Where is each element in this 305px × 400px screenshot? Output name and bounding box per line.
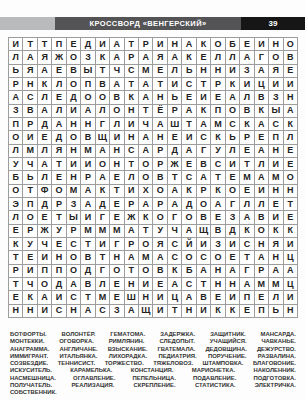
grid-cell-r16c15[interactable]: З bbox=[211, 238, 224, 250]
grid-cell-r13c2[interactable]: П bbox=[23, 198, 36, 210]
grid-cell-r13c8[interactable]: Е bbox=[110, 198, 123, 210]
grid-cell-r17c5[interactable]: О bbox=[67, 251, 80, 263]
grid-cell-r20c2[interactable]: К bbox=[23, 291, 36, 303]
grid-cell-r10c19[interactable]: И bbox=[269, 158, 282, 170]
grid-cell-r18c16[interactable]: А bbox=[226, 265, 239, 277]
grid-cell-r11c1[interactable]: Б bbox=[9, 171, 22, 183]
grid-cell-r1c2[interactable]: Т bbox=[23, 38, 36, 50]
grid-cell-r5c12[interactable]: Ь bbox=[168, 91, 181, 103]
grid-cell-r4c7[interactable]: В bbox=[96, 78, 109, 90]
grid-cell-r10c5[interactable]: И bbox=[67, 158, 80, 170]
grid-cell-r1c8[interactable]: А bbox=[110, 38, 123, 50]
grid-cell-r11c15[interactable]: Т bbox=[211, 171, 224, 183]
grid-cell-r16c1[interactable]: К bbox=[9, 238, 22, 250]
grid-cell-r1c12[interactable]: Н bbox=[168, 38, 181, 50]
grid-cell-r3c14[interactable]: Н bbox=[197, 65, 210, 77]
grid-cell-r7c10[interactable]: Ч bbox=[139, 118, 152, 130]
grid-cell-r15c16[interactable]: Д bbox=[226, 225, 239, 237]
grid-cell-r7c1[interactable]: П bbox=[9, 118, 22, 130]
grid-cell-r7c15[interactable]: М bbox=[211, 118, 224, 130]
grid-cell-r20c3[interactable]: А bbox=[38, 291, 51, 303]
grid-cell-r17c8[interactable]: Н bbox=[110, 251, 123, 263]
grid-cell-r20c12[interactable]: Ц bbox=[168, 291, 181, 303]
grid-cell-r16c18[interactable]: Н bbox=[255, 238, 268, 250]
grid-cell-r3c10[interactable]: М bbox=[139, 65, 152, 77]
grid-cell-r21c4[interactable]: С bbox=[52, 305, 65, 317]
grid-cell-r10c3[interactable]: А bbox=[38, 158, 51, 170]
grid-cell-r8c9[interactable]: Н bbox=[125, 131, 138, 143]
grid-cell-r2c6[interactable]: З bbox=[81, 51, 94, 63]
grid-cell-r6c17[interactable]: В bbox=[240, 105, 253, 117]
grid-cell-r16c9[interactable]: Р bbox=[125, 238, 138, 250]
grid-cell-r9c8[interactable]: Н bbox=[110, 145, 123, 157]
grid-cell-r8c20[interactable]: Л bbox=[284, 131, 297, 143]
grid-cell-r9c6[interactable]: М bbox=[81, 145, 94, 157]
grid-cell-r13c12[interactable]: А bbox=[168, 198, 181, 210]
grid-cell-r13c9[interactable]: Р bbox=[125, 198, 138, 210]
grid-cell-r4c6[interactable]: П bbox=[81, 78, 94, 90]
grid-cell-r4c9[interactable]: Т bbox=[125, 78, 138, 90]
grid-cell-r18c7[interactable]: Г bbox=[96, 265, 109, 277]
grid-cell-r8c16[interactable]: Ь bbox=[226, 131, 239, 143]
grid-cell-r9c19[interactable]: Н bbox=[269, 145, 282, 157]
grid-cell-r10c16[interactable]: И bbox=[226, 158, 239, 170]
grid-cell-r8c7[interactable]: Щ bbox=[96, 131, 109, 143]
grid-cell-r14c3[interactable]: Е bbox=[38, 211, 51, 223]
grid-cell-r18c3[interactable]: П bbox=[38, 265, 51, 277]
grid-cell-r11c17[interactable]: М bbox=[240, 171, 253, 183]
grid-cell-r9c3[interactable]: Л bbox=[38, 145, 51, 157]
grid-cell-r17c14[interactable]: С bbox=[197, 251, 210, 263]
grid-cell-r10c13[interactable]: Е bbox=[182, 158, 195, 170]
grid-cell-r21c9[interactable]: А bbox=[125, 305, 138, 317]
grid-cell-r3c13[interactable]: Ь bbox=[182, 65, 195, 77]
grid-cell-r15c7[interactable]: М bbox=[96, 225, 109, 237]
grid-cell-r18c19[interactable]: А bbox=[269, 265, 282, 277]
grid-cell-r3c12[interactable]: Л bbox=[168, 65, 181, 77]
grid-cell-r9c12[interactable]: Д bbox=[168, 145, 181, 157]
grid-cell-r3c5[interactable]: В bbox=[67, 65, 80, 77]
grid-cell-r7c20[interactable]: К bbox=[284, 118, 297, 130]
grid-cell-r5c7[interactable]: О bbox=[96, 91, 109, 103]
grid-cell-r14c6[interactable]: И bbox=[81, 211, 94, 223]
grid-cell-r6c4[interactable]: Л bbox=[52, 105, 65, 117]
grid-cell-r1c17[interactable]: Е bbox=[240, 38, 253, 50]
grid-cell-r19c3[interactable]: О bbox=[38, 278, 51, 290]
grid-cell-r18c14[interactable]: А bbox=[197, 265, 210, 277]
grid-cell-r5c6[interactable]: О bbox=[81, 91, 94, 103]
grid-cell-r13c3[interactable]: Д bbox=[38, 198, 51, 210]
grid-cell-r4c14[interactable]: Т bbox=[197, 78, 210, 90]
grid-cell-r18c13[interactable]: Б bbox=[182, 265, 195, 277]
grid-cell-r12c13[interactable]: К bbox=[182, 185, 195, 197]
grid-cell-r21c7[interactable]: С bbox=[96, 305, 109, 317]
grid-cell-r19c13[interactable]: С bbox=[182, 278, 195, 290]
grid-cell-r9c13[interactable]: А bbox=[182, 145, 195, 157]
grid-cell-r6c18[interactable]: К bbox=[255, 105, 268, 117]
grid-cell-r11c14[interactable]: А bbox=[197, 171, 210, 183]
grid-cell-r10c1[interactable]: У bbox=[9, 158, 22, 170]
grid-cell-r6c16[interactable]: О bbox=[226, 105, 239, 117]
grid-cell-r11c4[interactable]: Е bbox=[52, 171, 65, 183]
grid-cell-r16c5[interactable]: С bbox=[67, 238, 80, 250]
grid-cell-r3c17[interactable]: З bbox=[240, 65, 253, 77]
grid-cell-r15c20[interactable]: К bbox=[284, 225, 297, 237]
grid-cell-r18c12[interactable]: К bbox=[168, 265, 181, 277]
grid-cell-r13c15[interactable]: А bbox=[211, 198, 224, 210]
grid-cell-r19c18[interactable]: М bbox=[255, 278, 268, 290]
grid-cell-r4c19[interactable]: И bbox=[269, 78, 282, 90]
grid-cell-r17c4[interactable]: Н bbox=[52, 251, 65, 263]
grid-cell-r12c18[interactable]: И bbox=[255, 185, 268, 197]
grid-cell-r9c16[interactable]: Л bbox=[226, 145, 239, 157]
grid-cell-r8c14[interactable]: С bbox=[197, 131, 210, 143]
grid-cell-r19c9[interactable]: Н bbox=[125, 278, 138, 290]
grid-cell-r7c11[interactable]: А bbox=[153, 118, 166, 130]
grid-cell-r16c17[interactable]: С bbox=[240, 238, 253, 250]
grid-cell-r9c1[interactable]: Л bbox=[9, 145, 22, 157]
grid-cell-r11c20[interactable]: О bbox=[284, 171, 297, 183]
grid-cell-r7c3[interactable]: Д bbox=[38, 118, 51, 130]
grid-cell-r3c3[interactable]: А bbox=[38, 65, 51, 77]
grid-cell-r9c18[interactable]: А bbox=[255, 145, 268, 157]
grid-cell-r18c4[interactable]: П bbox=[52, 265, 65, 277]
grid-cell-r21c12[interactable]: Т bbox=[168, 305, 181, 317]
grid-cell-r15c17[interactable]: К bbox=[240, 225, 253, 237]
grid-cell-r19c14[interactable]: Т bbox=[197, 278, 210, 290]
grid-cell-r19c20[interactable]: Ц bbox=[284, 278, 297, 290]
grid-cell-r4c1[interactable]: Р bbox=[9, 78, 22, 90]
grid-cell-r19c8[interactable]: Е bbox=[110, 278, 123, 290]
grid-cell-r8c17[interactable]: Р bbox=[240, 131, 253, 143]
grid-cell-r3c11[interactable]: Е bbox=[153, 65, 166, 77]
grid-cell-r20c19[interactable]: Л bbox=[269, 291, 282, 303]
grid-cell-r12c7[interactable]: К bbox=[96, 185, 109, 197]
grid-cell-r12c4[interactable]: О bbox=[52, 185, 65, 197]
grid-cell-r2c17[interactable]: А bbox=[240, 51, 253, 63]
grid-cell-r8c19[interactable]: П bbox=[269, 131, 282, 143]
grid-cell-r8c2[interactable]: И bbox=[23, 131, 36, 143]
grid-cell-r18c8[interactable]: О bbox=[110, 265, 123, 277]
grid-cell-r17c16[interactable]: Е bbox=[226, 251, 239, 263]
grid-cell-r18c9[interactable]: Т bbox=[125, 265, 138, 277]
grid-cell-r2c14[interactable]: Е bbox=[197, 51, 210, 63]
grid-cell-r21c1[interactable]: Н bbox=[9, 305, 22, 317]
grid-cell-r1c7[interactable]: И bbox=[96, 38, 109, 50]
grid-cell-r17c20[interactable]: Ц bbox=[284, 251, 297, 263]
grid-cell-r2c12[interactable]: А bbox=[168, 51, 181, 63]
grid-cell-r8c11[interactable]: Н bbox=[153, 131, 166, 143]
grid-cell-r16c6[interactable]: Т bbox=[81, 238, 94, 250]
grid-cell-r20c4[interactable]: И bbox=[52, 291, 65, 303]
grid-cell-r10c17[interactable]: Т bbox=[240, 158, 253, 170]
grid-cell-r2c11[interactable]: Я bbox=[153, 51, 166, 63]
grid-cell-r11c6[interactable]: Р bbox=[81, 171, 94, 183]
grid-cell-r14c4[interactable]: Т bbox=[52, 211, 65, 223]
grid-cell-r20c17[interactable]: П bbox=[240, 291, 253, 303]
grid-cell-r11c7[interactable]: А bbox=[96, 171, 109, 183]
grid-cell-r21c5[interactable]: Н bbox=[67, 305, 80, 317]
grid-cell-r1c15[interactable]: О bbox=[211, 38, 224, 50]
grid-cell-r18c15[interactable]: Н bbox=[211, 265, 224, 277]
grid-cell-r6c14[interactable]: К bbox=[197, 105, 210, 117]
grid-cell-r12c20[interactable]: Н bbox=[284, 185, 297, 197]
grid-cell-r21c2[interactable]: Н bbox=[23, 305, 36, 317]
grid-cell-r3c7[interactable]: Т bbox=[96, 65, 109, 77]
grid-cell-r10c12[interactable]: Ж bbox=[168, 158, 181, 170]
grid-cell-r3c19[interactable]: Я bbox=[269, 65, 282, 77]
grid-cell-r2c3[interactable]: Я bbox=[38, 51, 51, 63]
grid-cell-r17c17[interactable]: Т bbox=[240, 251, 253, 263]
grid-cell-r1c13[interactable]: А bbox=[182, 38, 195, 50]
grid-cell-r5c5[interactable]: Д bbox=[67, 91, 80, 103]
grid-cell-r8c6[interactable]: В bbox=[81, 131, 94, 143]
grid-cell-r14c7[interactable]: Г bbox=[96, 211, 109, 223]
grid-cell-r19c6[interactable]: В bbox=[81, 278, 94, 290]
grid-cell-r6c11[interactable]: Ё bbox=[153, 105, 166, 117]
grid-cell-r18c6[interactable]: Д bbox=[81, 265, 94, 277]
grid-cell-r17c15[interactable]: О bbox=[211, 251, 224, 263]
grid-cell-r7c18[interactable]: А bbox=[255, 118, 268, 130]
grid-cell-r3c9[interactable]: С bbox=[125, 65, 138, 77]
grid-cell-r13c5[interactable]: З bbox=[67, 198, 80, 210]
grid-cell-r12c9[interactable]: И bbox=[125, 185, 138, 197]
grid-cell-r5c18[interactable]: В bbox=[255, 91, 268, 103]
grid-cell-r14c19[interactable]: И bbox=[269, 211, 282, 223]
grid-cell-r11c11[interactable]: В bbox=[153, 171, 166, 183]
grid-cell-r1c20[interactable]: О bbox=[284, 38, 297, 50]
grid-cell-r19c19[interactable]: М bbox=[269, 278, 282, 290]
grid-cell-r2c5[interactable]: О bbox=[67, 51, 80, 63]
grid-cell-r2c1[interactable]: Л bbox=[9, 51, 22, 63]
grid-cell-r15c15[interactable]: В bbox=[211, 225, 224, 237]
grid-cell-r6c3[interactable]: А bbox=[38, 105, 51, 117]
grid-cell-r4c5[interactable]: О bbox=[67, 78, 80, 90]
grid-cell-r12c11[interactable]: О bbox=[153, 185, 166, 197]
grid-cell-r21c10[interactable]: Щ bbox=[139, 305, 152, 317]
grid-cell-r16c8[interactable]: Г bbox=[110, 238, 123, 250]
grid-cell-r14c13[interactable]: О bbox=[182, 211, 195, 223]
grid-cell-r1c18[interactable]: И bbox=[255, 38, 268, 50]
grid-cell-r5c14[interactable]: И bbox=[197, 91, 210, 103]
grid-cell-r21c20[interactable]: Н bbox=[284, 305, 297, 317]
grid-cell-r18c20[interactable]: А bbox=[284, 265, 297, 277]
grid-cell-r17c19[interactable]: Н bbox=[269, 251, 282, 263]
grid-cell-r8c5[interactable]: О bbox=[67, 131, 80, 143]
grid-cell-r8c12[interactable]: Е bbox=[168, 131, 181, 143]
grid-cell-r20c10[interactable]: Н bbox=[139, 291, 152, 303]
grid-cell-r4c20[interactable]: И bbox=[284, 78, 297, 90]
grid-cell-r7c17[interactable]: К bbox=[240, 118, 253, 130]
grid-cell-r11c10[interactable]: О bbox=[139, 171, 152, 183]
grid-cell-r4c13[interactable]: С bbox=[182, 78, 195, 90]
grid-cell-r9c5[interactable]: Н bbox=[67, 145, 80, 157]
grid-cell-r17c9[interactable]: А bbox=[125, 251, 138, 263]
grid-cell-r1c10[interactable]: Р bbox=[139, 38, 152, 50]
grid-cell-r16c11[interactable]: Я bbox=[153, 238, 166, 250]
grid-cell-r19c17[interactable]: А bbox=[240, 278, 253, 290]
grid-cell-r13c7[interactable]: Д bbox=[96, 198, 109, 210]
grid-cell-r4c18[interactable]: Ц bbox=[255, 78, 268, 90]
grid-cell-r7c12[interactable]: Ш bbox=[168, 118, 181, 130]
grid-cell-r6c2[interactable]: В bbox=[23, 105, 36, 117]
grid-cell-r12c17[interactable]: Е bbox=[240, 185, 253, 197]
grid-cell-r1c4[interactable]: П bbox=[52, 38, 65, 50]
grid-cell-r2c16[interactable]: Л bbox=[226, 51, 239, 63]
grid-cell-r15c3[interactable]: Ж bbox=[38, 225, 51, 237]
grid-cell-r12c19[interactable]: Н bbox=[269, 185, 282, 197]
grid-cell-r8c15[interactable]: К bbox=[211, 131, 224, 143]
grid-cell-r5c9[interactable]: К bbox=[125, 91, 138, 103]
grid-cell-r20c9[interactable]: Ш bbox=[125, 291, 138, 303]
grid-cell-r10c6[interactable]: И bbox=[81, 158, 94, 170]
grid-cell-r3c8[interactable]: Ч bbox=[110, 65, 123, 77]
grid-cell-r14c17[interactable]: А bbox=[240, 211, 253, 223]
grid-cell-r18c11[interactable]: В bbox=[153, 265, 166, 277]
grid-cell-r10c2[interactable]: Ч bbox=[23, 158, 36, 170]
grid-cell-r13c16[interactable]: Г bbox=[226, 198, 239, 210]
grid-cell-r6c15[interactable]: П bbox=[211, 105, 224, 117]
grid-cell-r6c9[interactable]: Н bbox=[125, 105, 138, 117]
grid-cell-r11c18[interactable]: А bbox=[255, 171, 268, 183]
grid-cell-r8c8[interactable]: И bbox=[110, 131, 123, 143]
grid-cell-r21c15[interactable]: К bbox=[211, 305, 224, 317]
grid-cell-r12c2[interactable]: Т bbox=[23, 185, 36, 197]
grid-cell-r7c8[interactable]: Л bbox=[110, 118, 123, 130]
grid-cell-r19c5[interactable]: А bbox=[67, 278, 80, 290]
grid-cell-r15c13[interactable]: А bbox=[182, 225, 195, 237]
grid-cell-r15c9[interactable]: А bbox=[125, 225, 138, 237]
grid-cell-r9c14[interactable]: Г bbox=[197, 145, 210, 157]
grid-cell-r21c6[interactable]: А bbox=[81, 305, 94, 317]
grid-cell-r15c12[interactable]: Ч bbox=[168, 225, 181, 237]
grid-cell-r11c2[interactable]: Ь bbox=[23, 171, 36, 183]
grid-cell-r2c2[interactable]: А bbox=[23, 51, 36, 63]
grid-cell-r18c1[interactable]: Р bbox=[9, 265, 22, 277]
grid-cell-r2c7[interactable]: К bbox=[96, 51, 109, 63]
grid-cell-r9c7[interactable]: А bbox=[96, 145, 109, 157]
grid-cell-r11c12[interactable]: Т bbox=[168, 171, 181, 183]
grid-cell-r1c19[interactable]: Н bbox=[269, 38, 282, 50]
grid-cell-r9c2[interactable]: М bbox=[23, 145, 36, 157]
grid-cell-r16c14[interactable]: И bbox=[197, 238, 210, 250]
grid-cell-r6c10[interactable]: Т bbox=[139, 105, 152, 117]
grid-cell-r12c3[interactable]: Ф bbox=[38, 185, 51, 197]
grid-cell-r7c13[interactable]: Т bbox=[182, 118, 195, 130]
grid-cell-r9c4[interactable]: Я bbox=[52, 145, 65, 157]
grid-cell-r15c1[interactable]: Е bbox=[9, 225, 22, 237]
grid-cell-r16c10[interactable]: О bbox=[139, 238, 152, 250]
grid-cell-r18c2[interactable]: И bbox=[23, 265, 36, 277]
grid-cell-r10c20[interactable]: Е bbox=[284, 158, 297, 170]
grid-cell-r7c19[interactable]: С bbox=[269, 118, 282, 130]
grid-cell-r21c17[interactable]: Е bbox=[240, 305, 253, 317]
grid-cell-r15c2[interactable]: Р bbox=[23, 225, 36, 237]
grid-cell-r6c20[interactable]: А bbox=[284, 105, 297, 117]
grid-cell-r18c17[interactable]: Г bbox=[240, 265, 253, 277]
grid-cell-r4c10[interactable]: А bbox=[139, 78, 152, 90]
grid-cell-r1c3[interactable]: Т bbox=[38, 38, 51, 50]
grid-cell-r2c9[interactable]: Р bbox=[125, 51, 138, 63]
grid-cell-r20c14[interactable]: В bbox=[197, 291, 210, 303]
grid-cell-r14c5[interactable]: Ы bbox=[67, 211, 80, 223]
grid-cell-r19c11[interactable]: Е bbox=[153, 278, 166, 290]
grid-cell-r13c6[interactable]: А bbox=[81, 198, 94, 210]
grid-cell-r3c4[interactable]: Е bbox=[52, 65, 65, 77]
grid-cell-r12c10[interactable]: Х bbox=[139, 185, 152, 197]
grid-cell-r3c2[interactable]: Я bbox=[23, 65, 36, 77]
grid-cell-r16c3[interactable]: Ч bbox=[38, 238, 51, 250]
grid-cell-r3c16[interactable]: И bbox=[226, 65, 239, 77]
grid-cell-r7c7[interactable]: Г bbox=[96, 118, 109, 130]
grid-cell-r8c18[interactable]: Е bbox=[255, 131, 268, 143]
grid-cell-r18c5[interactable]: О bbox=[67, 265, 80, 277]
grid-cell-r2c20[interactable]: В bbox=[284, 51, 297, 63]
grid-cell-r7c14[interactable]: А bbox=[197, 118, 210, 130]
grid-cell-r8c3[interactable]: Е bbox=[38, 131, 51, 143]
grid-cell-r7c4[interactable]: А bbox=[52, 118, 65, 130]
grid-cell-r11c9[interactable]: Л bbox=[125, 171, 138, 183]
grid-cell-r16c4[interactable]: Е bbox=[52, 238, 65, 250]
grid-cell-r13c1[interactable]: Э bbox=[9, 198, 22, 210]
grid-cell-r4c8[interactable]: А bbox=[110, 78, 123, 90]
grid-cell-r5c1[interactable]: А bbox=[9, 91, 22, 103]
grid-cell-r5c8[interactable]: В bbox=[110, 91, 123, 103]
grid-cell-r14c16[interactable]: З bbox=[226, 211, 239, 223]
grid-cell-r13c4[interactable]: Р bbox=[52, 198, 65, 210]
grid-cell-r15c14[interactable]: Щ bbox=[197, 225, 210, 237]
grid-cell-r19c7[interactable]: Л bbox=[96, 278, 109, 290]
grid-cell-r6c13[interactable]: А bbox=[182, 105, 195, 117]
grid-cell-r16c2[interactable]: У bbox=[23, 238, 36, 250]
grid-cell-r2c15[interactable]: Л bbox=[211, 51, 224, 63]
grid-cell-r5c11[interactable]: Н bbox=[153, 91, 166, 103]
grid-cell-r12c5[interactable]: М bbox=[67, 185, 80, 197]
grid-cell-r16c20[interactable]: И bbox=[284, 238, 297, 250]
grid-cell-r5c16[interactable]: А bbox=[226, 91, 239, 103]
grid-cell-r17c6[interactable]: В bbox=[81, 251, 94, 263]
grid-cell-r13c19[interactable]: Е bbox=[269, 198, 282, 210]
grid-cell-r11c5[interactable]: Н bbox=[67, 171, 80, 183]
grid-cell-r20c20[interactable]: И bbox=[284, 291, 297, 303]
grid-cell-r1c6[interactable]: Д bbox=[81, 38, 94, 50]
grid-cell-r10c9[interactable]: Т bbox=[125, 158, 138, 170]
grid-cell-r20c7[interactable]: М bbox=[96, 291, 109, 303]
grid-cell-r20c16[interactable]: И bbox=[226, 291, 239, 303]
grid-cell-r7c2[interactable]: Р bbox=[23, 118, 36, 130]
grid-cell-r21c3[interactable]: И bbox=[38, 305, 51, 317]
grid-cell-r10c8[interactable]: Н bbox=[110, 158, 123, 170]
grid-cell-r6c7[interactable]: Л bbox=[96, 105, 109, 117]
grid-cell-r14c12[interactable]: Г bbox=[168, 211, 181, 223]
grid-cell-r6c12[interactable]: Р bbox=[168, 105, 181, 117]
grid-cell-r14c9[interactable]: Ж bbox=[125, 211, 138, 223]
grid-cell-r14c10[interactable]: К bbox=[139, 211, 152, 223]
grid-cell-r11c16[interactable]: Е bbox=[226, 171, 239, 183]
grid-cell-r15c6[interactable]: М bbox=[81, 225, 94, 237]
grid-cell-r12c15[interactable]: К bbox=[211, 185, 224, 197]
grid-cell-r21c18[interactable]: П bbox=[255, 305, 268, 317]
grid-cell-r16c7[interactable]: И bbox=[96, 238, 109, 250]
grid-cell-r17c3[interactable]: И bbox=[38, 251, 51, 263]
grid-cell-r10c7[interactable]: О bbox=[96, 158, 109, 170]
grid-cell-r5c2[interactable]: С bbox=[23, 91, 36, 103]
grid-cell-r5c20[interactable]: Н bbox=[284, 91, 297, 103]
grid-cell-r20c11[interactable]: И bbox=[153, 291, 166, 303]
grid-cell-r13c10[interactable]: А bbox=[139, 198, 152, 210]
grid-cell-r11c19[interactable]: М bbox=[269, 171, 282, 183]
grid-cell-r14c14[interactable]: В bbox=[197, 211, 210, 223]
